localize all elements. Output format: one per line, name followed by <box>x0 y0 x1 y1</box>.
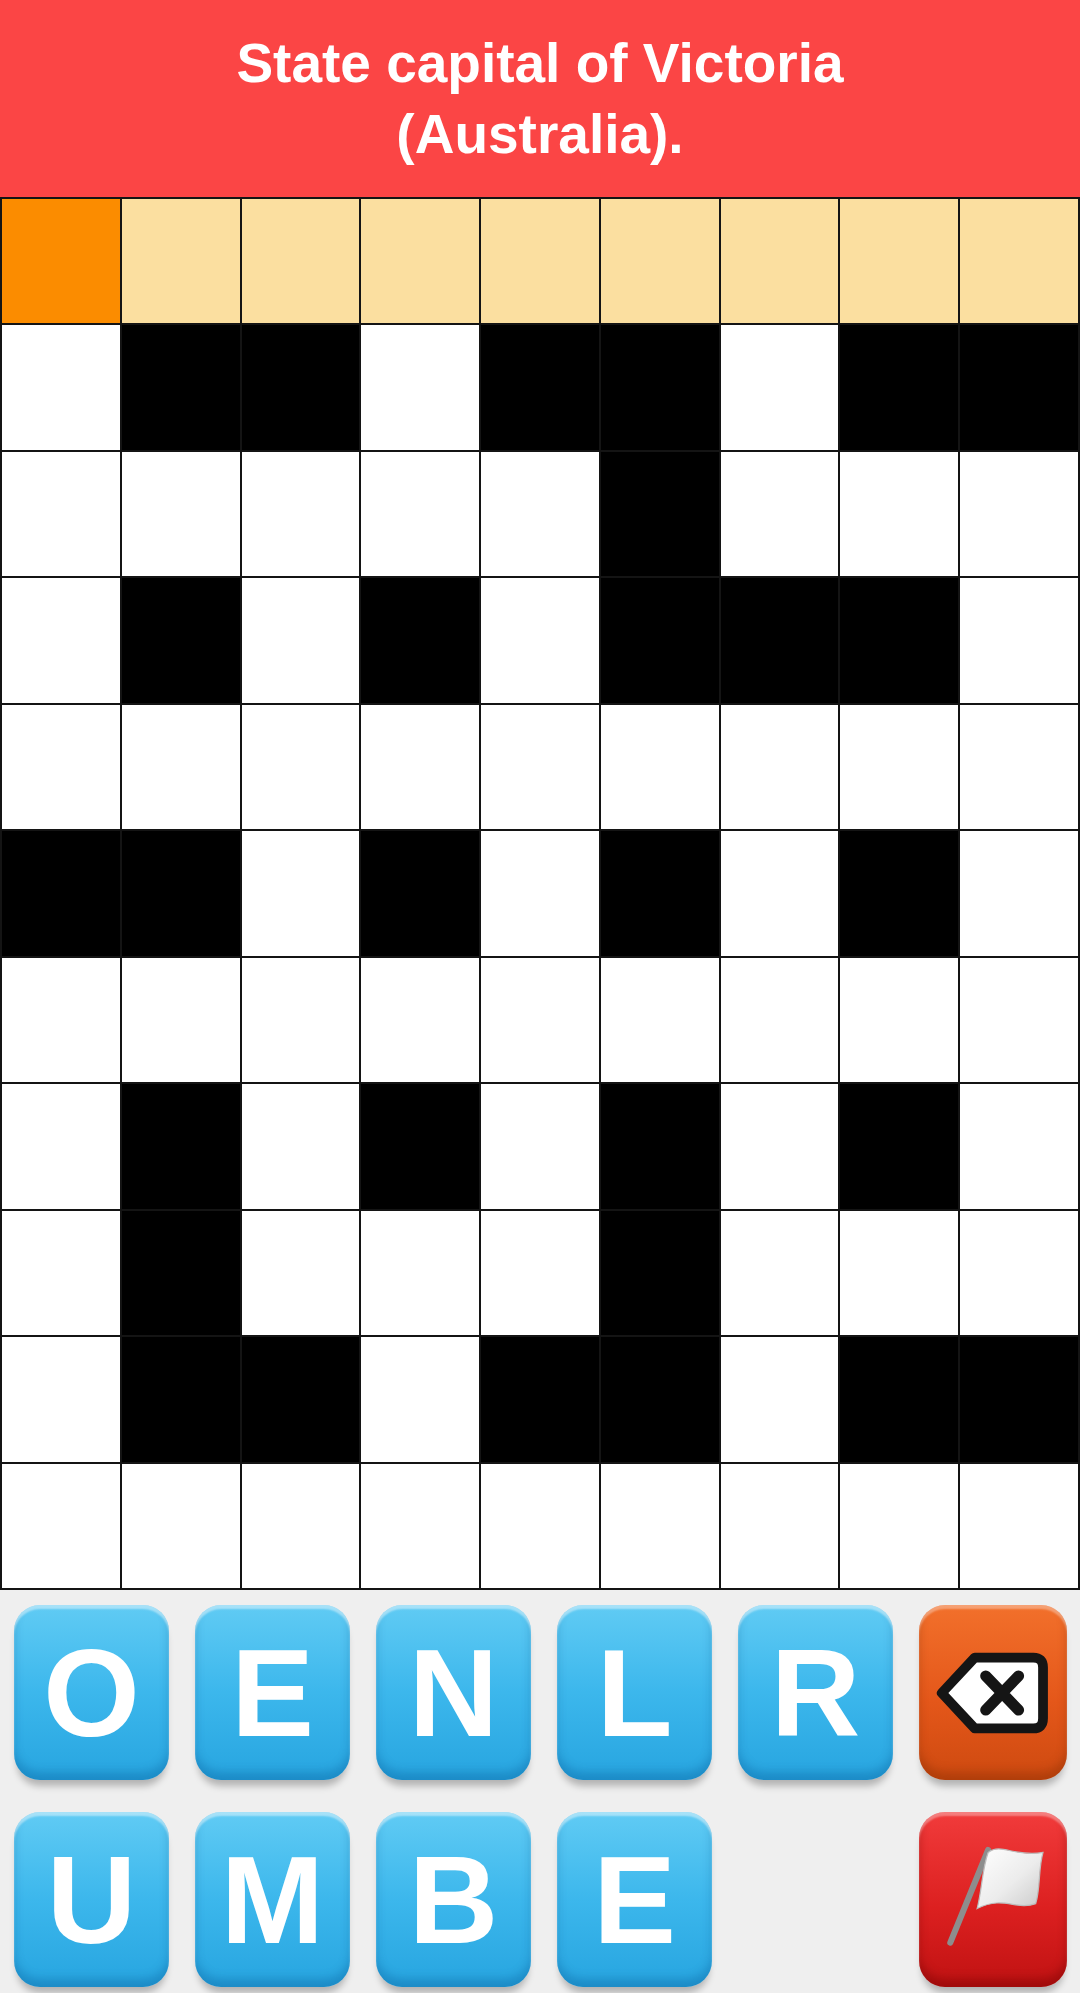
cell-r2c6[interactable] <box>721 452 839 576</box>
cell-r4c2[interactable] <box>242 705 360 829</box>
cell-r6c2[interactable] <box>242 958 360 1082</box>
cell-r8c1 <box>122 1211 240 1335</box>
cell-r10c7[interactable] <box>840 1464 958 1588</box>
cell-r3c8[interactable] <box>960 578 1078 702</box>
cell-r8c3[interactable] <box>361 1211 479 1335</box>
cell-r6c1[interactable] <box>122 958 240 1082</box>
letter-tile-l[interactable]: L <box>557 1605 712 1780</box>
cell-r1c7 <box>840 325 958 449</box>
cell-r10c5[interactable] <box>601 1464 719 1588</box>
cell-r1c3[interactable] <box>361 325 479 449</box>
cell-r0c2[interactable] <box>242 199 360 323</box>
letter-tile-e2[interactable]: E <box>557 1812 712 1987</box>
cell-r5c5 <box>601 831 719 955</box>
cell-r9c3[interactable] <box>361 1337 479 1461</box>
clue-banner: State capital of Victoria (Australia). <box>0 0 1080 197</box>
cell-r8c2[interactable] <box>242 1211 360 1335</box>
cell-r7c3 <box>361 1084 479 1208</box>
cell-r9c4 <box>481 1337 599 1461</box>
cell-r3c5 <box>601 578 719 702</box>
cell-r9c6[interactable] <box>721 1337 839 1461</box>
cell-r5c8[interactable] <box>960 831 1078 955</box>
cell-r0c8[interactable] <box>960 199 1078 323</box>
cell-r8c0[interactable] <box>2 1211 120 1335</box>
flag-button[interactable] <box>919 1812 1067 1987</box>
cell-r1c1 <box>122 325 240 449</box>
cell-r0c1[interactable] <box>122 199 240 323</box>
cell-r3c4[interactable] <box>481 578 599 702</box>
cell-r7c7 <box>840 1084 958 1208</box>
keyboard-row-1: O E N L R <box>14 1605 1067 1780</box>
letter-tile-r[interactable]: R <box>738 1605 893 1780</box>
cell-r0c5[interactable] <box>601 199 719 323</box>
letter-tile-n[interactable]: N <box>376 1605 531 1780</box>
cell-r10c6[interactable] <box>721 1464 839 1588</box>
cell-r6c3[interactable] <box>361 958 479 1082</box>
cell-r5c2[interactable] <box>242 831 360 955</box>
cell-r7c8[interactable] <box>960 1084 1078 1208</box>
cell-r4c1[interactable] <box>122 705 240 829</box>
backspace-icon <box>932 1632 1054 1754</box>
cell-r2c8[interactable] <box>960 452 1078 576</box>
cell-r5c7 <box>840 831 958 955</box>
cell-r3c3 <box>361 578 479 702</box>
cell-r2c3[interactable] <box>361 452 479 576</box>
cell-r3c2[interactable] <box>242 578 360 702</box>
cell-r6c6[interactable] <box>721 958 839 1082</box>
cell-r9c7 <box>840 1337 958 1461</box>
flag-icon <box>932 1839 1054 1961</box>
cell-r1c5 <box>601 325 719 449</box>
cell-r5c1 <box>122 831 240 955</box>
app-screen: State capital of Victoria (Australia). O… <box>0 0 1080 1993</box>
clue-line-2: (Australia). <box>396 99 683 170</box>
cell-r1c8 <box>960 325 1078 449</box>
cell-r10c0[interactable] <box>2 1464 120 1588</box>
backspace-button[interactable] <box>919 1605 1067 1780</box>
cell-r4c8[interactable] <box>960 705 1078 829</box>
cell-r6c4[interactable] <box>481 958 599 1082</box>
cell-r6c8[interactable] <box>960 958 1078 1082</box>
letter-tile-o[interactable]: O <box>14 1605 169 1780</box>
letter-tile-e[interactable]: E <box>195 1605 350 1780</box>
cell-r6c0[interactable] <box>2 958 120 1082</box>
letter-tile-u[interactable]: U <box>14 1812 169 1987</box>
cell-r8c7[interactable] <box>840 1211 958 1335</box>
cell-r1c4 <box>481 325 599 449</box>
cell-r3c1 <box>122 578 240 702</box>
cell-r2c1[interactable] <box>122 452 240 576</box>
cell-r10c8[interactable] <box>960 1464 1078 1588</box>
cell-r4c3[interactable] <box>361 705 479 829</box>
cell-r8c5 <box>601 1211 719 1335</box>
cell-r2c5 <box>601 452 719 576</box>
cell-r2c0[interactable] <box>2 452 120 576</box>
cell-r7c1 <box>122 1084 240 1208</box>
cell-r5c4[interactable] <box>481 831 599 955</box>
cell-r4c5[interactable] <box>601 705 719 829</box>
cell-r9c8 <box>960 1337 1078 1461</box>
cell-r9c1 <box>122 1337 240 1461</box>
crossword-grid <box>0 197 1080 1590</box>
cell-r10c2[interactable] <box>242 1464 360 1588</box>
cell-r7c0[interactable] <box>2 1084 120 1208</box>
cell-r4c0[interactable] <box>2 705 120 829</box>
cell-r2c4[interactable] <box>481 452 599 576</box>
cell-r4c6[interactable] <box>721 705 839 829</box>
cell-r8c6[interactable] <box>721 1211 839 1335</box>
cell-r0c4[interactable] <box>481 199 599 323</box>
cell-r2c2[interactable] <box>242 452 360 576</box>
cell-r7c4[interactable] <box>481 1084 599 1208</box>
letter-keyboard: O E N L R U M B E <box>0 1590 1080 1993</box>
cell-r3c0[interactable] <box>2 578 120 702</box>
cell-r0c0[interactable] <box>2 199 120 323</box>
cell-r7c6[interactable] <box>721 1084 839 1208</box>
cell-r6c7[interactable] <box>840 958 958 1082</box>
clue-line-1: State capital of Victoria <box>236 28 843 99</box>
cell-r2c7[interactable] <box>840 452 958 576</box>
cell-r3c6 <box>721 578 839 702</box>
letter-tile-m[interactable]: M <box>195 1812 350 1987</box>
cell-r3c7 <box>840 578 958 702</box>
cell-r5c0 <box>2 831 120 955</box>
keyboard-row-2: U M B E <box>14 1812 1067 1987</box>
cell-r4c7[interactable] <box>840 705 958 829</box>
cell-r5c6[interactable] <box>721 831 839 955</box>
cell-r0c6[interactable] <box>721 199 839 323</box>
cell-r9c2 <box>242 1337 360 1461</box>
cell-r0c3[interactable] <box>361 199 479 323</box>
cell-r5c3 <box>361 831 479 955</box>
cell-r7c2[interactable] <box>242 1084 360 1208</box>
cell-r0c7[interactable] <box>840 199 958 323</box>
cell-r7c5 <box>601 1084 719 1208</box>
cell-r10c1[interactable] <box>122 1464 240 1588</box>
cell-r1c0[interactable] <box>2 325 120 449</box>
cell-r10c3[interactable] <box>361 1464 479 1588</box>
cell-r9c5 <box>601 1337 719 1461</box>
cell-r10c4[interactable] <box>481 1464 599 1588</box>
cell-r8c4[interactable] <box>481 1211 599 1335</box>
cell-r9c0[interactable] <box>2 1337 120 1461</box>
cell-r4c4[interactable] <box>481 705 599 829</box>
letter-tile-b[interactable]: B <box>376 1812 531 1987</box>
cell-r8c8[interactable] <box>960 1211 1078 1335</box>
cell-r6c5[interactable] <box>601 958 719 1082</box>
cell-r1c6[interactable] <box>721 325 839 449</box>
cell-r1c2 <box>242 325 360 449</box>
